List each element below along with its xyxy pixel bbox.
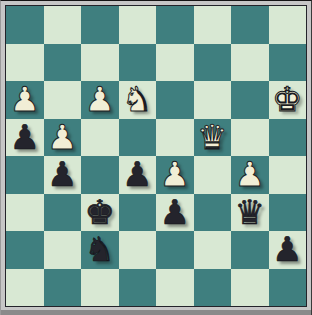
square-a1[interactable] <box>6 269 44 307</box>
square-e2[interactable] <box>156 231 194 269</box>
chess-board: ♟♟♞♚♟♟♛♟♟♟♟♚♟♛♞♟ <box>5 5 307 307</box>
piece-white-pawn[interactable]: ♟ <box>160 156 190 194</box>
square-h2[interactable]: ♟ <box>269 231 307 269</box>
square-f1[interactable] <box>194 269 232 307</box>
square-h4[interactable] <box>269 156 307 194</box>
square-f2[interactable] <box>194 231 232 269</box>
square-h1[interactable] <box>269 269 307 307</box>
square-g3[interactable]: ♛ <box>231 194 269 232</box>
piece-black-pawn[interactable]: ♟ <box>10 119 40 157</box>
square-a2[interactable] <box>6 231 44 269</box>
piece-black-pawn[interactable]: ♟ <box>160 194 190 232</box>
square-f8[interactable] <box>194 6 232 44</box>
square-a3[interactable] <box>6 194 44 232</box>
square-f5[interactable]: ♛ <box>194 119 232 157</box>
square-d1[interactable] <box>119 269 157 307</box>
square-e8[interactable] <box>156 6 194 44</box>
square-f3[interactable] <box>194 194 232 232</box>
piece-white-knight[interactable]: ♞ <box>122 81 152 119</box>
square-a4[interactable] <box>6 156 44 194</box>
square-c1[interactable] <box>81 269 119 307</box>
piece-white-queen[interactable]: ♛ <box>197 119 227 157</box>
square-b5[interactable]: ♟ <box>44 119 82 157</box>
square-e6[interactable] <box>156 81 194 119</box>
piece-black-pawn[interactable]: ♟ <box>272 231 302 269</box>
square-b3[interactable] <box>44 194 82 232</box>
square-g2[interactable] <box>231 231 269 269</box>
square-d2[interactable] <box>119 231 157 269</box>
square-c5[interactable] <box>81 119 119 157</box>
square-c8[interactable] <box>81 6 119 44</box>
piece-black-pawn[interactable]: ♟ <box>47 156 77 194</box>
piece-black-queen[interactable]: ♛ <box>235 194 265 232</box>
square-h7[interactable] <box>269 44 307 82</box>
square-b7[interactable] <box>44 44 82 82</box>
square-g8[interactable] <box>231 6 269 44</box>
square-c3[interactable]: ♚ <box>81 194 119 232</box>
piece-black-king[interactable]: ♚ <box>85 194 115 232</box>
piece-white-pawn[interactable]: ♟ <box>10 81 40 119</box>
square-a8[interactable] <box>6 6 44 44</box>
piece-white-pawn[interactable]: ♟ <box>85 81 115 119</box>
square-g1[interactable] <box>231 269 269 307</box>
square-h5[interactable] <box>269 119 307 157</box>
square-b2[interactable] <box>44 231 82 269</box>
piece-white-pawn[interactable]: ♟ <box>47 119 77 157</box>
square-c2[interactable]: ♞ <box>81 231 119 269</box>
square-h6[interactable]: ♚ <box>269 81 307 119</box>
board-frame: ♟♟♞♚♟♟♛♟♟♟♟♚♟♛♞♟ <box>0 0 312 315</box>
square-d3[interactable] <box>119 194 157 232</box>
square-g6[interactable] <box>231 81 269 119</box>
square-c4[interactable] <box>81 156 119 194</box>
piece-white-pawn[interactable]: ♟ <box>235 156 265 194</box>
frame-bottom-bevel <box>1 310 311 315</box>
square-g5[interactable] <box>231 119 269 157</box>
square-b8[interactable] <box>44 6 82 44</box>
square-f7[interactable] <box>194 44 232 82</box>
piece-black-knight[interactable]: ♞ <box>85 231 115 269</box>
square-a5[interactable]: ♟ <box>6 119 44 157</box>
square-c7[interactable] <box>81 44 119 82</box>
square-e4[interactable]: ♟ <box>156 156 194 194</box>
square-e5[interactable] <box>156 119 194 157</box>
square-d8[interactable] <box>119 6 157 44</box>
square-h3[interactable] <box>269 194 307 232</box>
square-e7[interactable] <box>156 44 194 82</box>
square-d6[interactable]: ♞ <box>119 81 157 119</box>
square-g7[interactable] <box>231 44 269 82</box>
square-b1[interactable] <box>44 269 82 307</box>
piece-white-king[interactable]: ♚ <box>272 81 302 119</box>
square-e1[interactable] <box>156 269 194 307</box>
square-h8[interactable] <box>269 6 307 44</box>
square-e3[interactable]: ♟ <box>156 194 194 232</box>
square-g4[interactable]: ♟ <box>231 156 269 194</box>
square-b4[interactable]: ♟ <box>44 156 82 194</box>
square-a6[interactable]: ♟ <box>6 81 44 119</box>
square-c6[interactable]: ♟ <box>81 81 119 119</box>
square-f6[interactable] <box>194 81 232 119</box>
square-f4[interactable] <box>194 156 232 194</box>
square-d7[interactable] <box>119 44 157 82</box>
square-d5[interactable] <box>119 119 157 157</box>
piece-black-pawn[interactable]: ♟ <box>122 156 152 194</box>
square-d4[interactable]: ♟ <box>119 156 157 194</box>
square-b6[interactable] <box>44 81 82 119</box>
square-a7[interactable] <box>6 44 44 82</box>
